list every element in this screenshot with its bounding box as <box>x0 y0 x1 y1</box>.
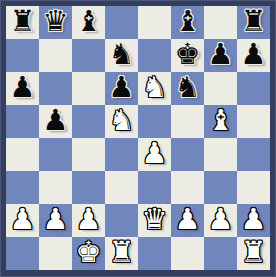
square-f7[interactable]: ♚ <box>171 39 204 72</box>
white-pawn[interactable]: ♟ <box>175 203 201 236</box>
square-c5[interactable] <box>72 105 105 138</box>
black-pawn[interactable]: ♟ <box>43 104 69 137</box>
white-pawn[interactable]: ♟ <box>43 203 69 236</box>
white-bishop[interactable]: ♝ <box>208 104 234 137</box>
square-f3[interactable] <box>171 171 204 204</box>
square-a5[interactable] <box>6 105 39 138</box>
square-b7[interactable] <box>39 39 72 72</box>
square-e3[interactable] <box>138 171 171 204</box>
white-king[interactable]: ♚ <box>76 236 102 269</box>
square-a3[interactable] <box>6 171 39 204</box>
square-h7[interactable]: ♟ <box>237 39 270 72</box>
black-pawn[interactable]: ♟ <box>10 71 36 104</box>
square-c1[interactable]: ♚ <box>72 237 105 270</box>
square-c6[interactable] <box>72 72 105 105</box>
white-pawn[interactable]: ♟ <box>10 203 36 236</box>
square-a4[interactable] <box>6 138 39 171</box>
square-e2[interactable]: ♛ <box>138 204 171 237</box>
black-rook[interactable]: ♜ <box>10 5 36 38</box>
square-c7[interactable] <box>72 39 105 72</box>
square-e1[interactable] <box>138 237 171 270</box>
black-pawn[interactable]: ♟ <box>109 71 135 104</box>
square-b5[interactable]: ♟ <box>39 105 72 138</box>
square-b4[interactable] <box>39 138 72 171</box>
square-h5[interactable] <box>237 105 270 138</box>
square-c3[interactable] <box>72 171 105 204</box>
square-c8[interactable]: ♝ <box>72 6 105 39</box>
white-pawn[interactable]: ♟ <box>208 203 234 236</box>
board-frame: ♜♛♝♝♜♞♚♟♟♟♟♞♞♟♞♝♟♟♟♟♛♟♟♟♚♜♜ <box>0 0 276 277</box>
square-a6[interactable]: ♟ <box>6 72 39 105</box>
white-knight[interactable]: ♞ <box>109 104 135 137</box>
square-b3[interactable] <box>39 171 72 204</box>
square-a7[interactable] <box>6 39 39 72</box>
white-queen[interactable]: ♛ <box>142 203 168 236</box>
white-knight[interactable]: ♞ <box>142 71 168 104</box>
square-d4[interactable] <box>105 138 138 171</box>
white-rook[interactable]: ♜ <box>109 236 135 269</box>
square-g2[interactable]: ♟ <box>204 204 237 237</box>
white-rook[interactable]: ♜ <box>241 236 267 269</box>
square-a8[interactable]: ♜ <box>6 6 39 39</box>
square-f2[interactable]: ♟ <box>171 204 204 237</box>
square-f6[interactable]: ♞ <box>171 72 204 105</box>
square-b2[interactable]: ♟ <box>39 204 72 237</box>
square-b1[interactable] <box>39 237 72 270</box>
square-b6[interactable] <box>39 72 72 105</box>
white-pawn[interactable]: ♟ <box>142 137 168 170</box>
square-a2[interactable]: ♟ <box>6 204 39 237</box>
square-f1[interactable] <box>171 237 204 270</box>
square-g6[interactable] <box>204 72 237 105</box>
square-g1[interactable] <box>204 237 237 270</box>
square-c2[interactable]: ♟ <box>72 204 105 237</box>
black-pawn[interactable]: ♟ <box>241 38 267 71</box>
square-e6[interactable]: ♞ <box>138 72 171 105</box>
square-d3[interactable] <box>105 171 138 204</box>
square-g4[interactable] <box>204 138 237 171</box>
square-d2[interactable] <box>105 204 138 237</box>
black-pawn[interactable]: ♟ <box>208 38 234 71</box>
square-d1[interactable]: ♜ <box>105 237 138 270</box>
square-f8[interactable]: ♝ <box>171 6 204 39</box>
square-h3[interactable] <box>237 171 270 204</box>
square-d5[interactable]: ♞ <box>105 105 138 138</box>
square-d6[interactable]: ♟ <box>105 72 138 105</box>
square-a1[interactable] <box>6 237 39 270</box>
square-e4[interactable]: ♟ <box>138 138 171 171</box>
square-h8[interactable]: ♜ <box>237 6 270 39</box>
black-bishop[interactable]: ♝ <box>175 5 201 38</box>
black-rook[interactable]: ♜ <box>241 5 267 38</box>
black-knight[interactable]: ♞ <box>175 71 201 104</box>
black-king[interactable]: ♚ <box>175 38 201 71</box>
square-h2[interactable]: ♟ <box>237 204 270 237</box>
white-pawn[interactable]: ♟ <box>241 203 267 236</box>
square-h4[interactable] <box>237 138 270 171</box>
square-h1[interactable]: ♜ <box>237 237 270 270</box>
square-g5[interactable]: ♝ <box>204 105 237 138</box>
square-g8[interactable] <box>204 6 237 39</box>
chess-board: ♜♛♝♝♜♞♚♟♟♟♟♞♞♟♞♝♟♟♟♟♛♟♟♟♚♜♜ <box>6 6 270 270</box>
square-e7[interactable] <box>138 39 171 72</box>
black-bishop[interactable]: ♝ <box>76 5 102 38</box>
square-c4[interactable] <box>72 138 105 171</box>
square-h6[interactable] <box>237 72 270 105</box>
square-d8[interactable] <box>105 6 138 39</box>
square-g3[interactable] <box>204 171 237 204</box>
black-knight[interactable]: ♞ <box>109 38 135 71</box>
square-f5[interactable] <box>171 105 204 138</box>
square-d7[interactable]: ♞ <box>105 39 138 72</box>
square-f4[interactable] <box>171 138 204 171</box>
square-g7[interactable]: ♟ <box>204 39 237 72</box>
square-e8[interactable] <box>138 6 171 39</box>
square-b8[interactable]: ♛ <box>39 6 72 39</box>
white-pawn[interactable]: ♟ <box>76 203 102 236</box>
square-e5[interactable] <box>138 105 171 138</box>
black-queen[interactable]: ♛ <box>43 5 69 38</box>
